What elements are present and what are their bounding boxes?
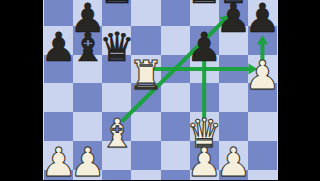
square-d7 — [131, 0, 160, 26]
square-b2 — [73, 141, 102, 170]
square-c6 — [102, 26, 131, 55]
square-d1 — [131, 170, 160, 181]
square-g1 — [219, 170, 248, 181]
square-e3 — [161, 112, 190, 141]
square-f2 — [190, 141, 219, 170]
square-b7 — [73, 0, 102, 26]
square-b3 — [73, 112, 102, 141]
square-g7 — [219, 0, 248, 26]
square-d3 — [131, 112, 160, 141]
square-h5 — [248, 55, 277, 84]
square-c3 — [102, 112, 131, 141]
square-g2 — [219, 141, 248, 170]
square-f7 — [190, 0, 219, 26]
square-f3 — [190, 112, 219, 141]
square-d5 — [131, 55, 160, 84]
square-h6 — [248, 26, 277, 55]
video-frame: ♜♜♚♟♟♟♟♝♛♟♜♟♝♛♟♟♟♟ — [0, 0, 320, 180]
square-g4 — [219, 83, 248, 112]
square-b6 — [73, 26, 102, 55]
square-c2 — [102, 141, 131, 170]
square-d6 — [131, 26, 160, 55]
chess-board: ♜♜♚♟♟♟♟♝♛♟♜♟♝♛♟♟♟♟ — [44, 0, 277, 180]
square-a5 — [44, 55, 73, 84]
square-h4 — [248, 83, 277, 112]
square-c7 — [102, 0, 131, 26]
square-e7 — [161, 0, 190, 26]
square-h3 — [248, 112, 277, 141]
square-g5 — [219, 55, 248, 84]
square-d4 — [131, 83, 160, 112]
square-b5 — [73, 55, 102, 84]
square-f5 — [190, 55, 219, 84]
square-f6 — [190, 26, 219, 55]
square-a1 — [44, 170, 73, 181]
square-e4 — [161, 83, 190, 112]
square-f1 — [190, 170, 219, 181]
square-c1 — [102, 170, 131, 181]
board-left-border — [43, 0, 45, 180]
square-b4 — [73, 83, 102, 112]
square-e6 — [161, 26, 190, 55]
letterbox-left — [0, 0, 43, 180]
letterbox-right — [278, 0, 320, 180]
square-g3 — [219, 112, 248, 141]
square-b1 — [73, 170, 102, 181]
square-e5 — [161, 55, 190, 84]
square-a3 — [44, 112, 73, 141]
square-a2 — [44, 141, 73, 170]
square-a6 — [44, 26, 73, 55]
square-e1 — [161, 170, 190, 181]
square-a4 — [44, 83, 73, 112]
square-d2 — [131, 141, 160, 170]
square-a7 — [44, 0, 73, 26]
square-g6 — [219, 26, 248, 55]
square-h1 — [248, 170, 277, 181]
square-e2 — [161, 141, 190, 170]
square-f4 — [190, 83, 219, 112]
square-h2 — [248, 141, 277, 170]
square-c4 — [102, 83, 131, 112]
square-h7 — [248, 0, 277, 26]
square-c5 — [102, 55, 131, 84]
